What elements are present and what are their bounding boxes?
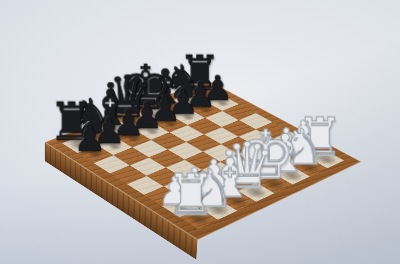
black-pawn-a7[interactable]: ♟ (49, 120, 130, 157)
scene-background: ♜♞♟♝♟♚♟♛♟♝♟♞♟♟♜♟♟♜♟♟♞♟♝♟♚♟♛♟♝♟♞♜ (0, 0, 400, 264)
white-rook-a1[interactable]: ♜ (147, 166, 234, 223)
chess-board: ♜♞♟♝♟♚♟♛♟♝♟♞♟♟♜♟♟♜♟♟♞♟♝♟♚♟♛♟♝♟♞♜ (45, 80, 361, 240)
